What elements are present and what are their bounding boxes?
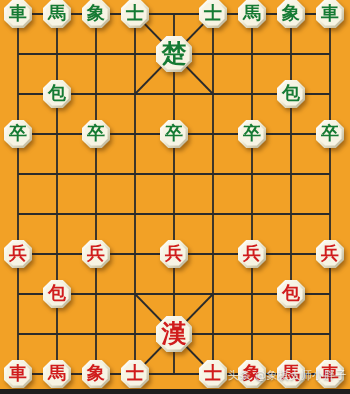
piece-octagon: 車 [316, 0, 344, 28]
piece-octagon: 士 [199, 360, 227, 388]
piece-octagon: 楚 [156, 36, 192, 72]
piece-character: 士 [126, 364, 144, 382]
red-guard-piece[interactable]: 士 [121, 360, 149, 388]
piece-octagon: 卒 [238, 120, 266, 148]
red-soldier-piece[interactable]: 兵 [82, 240, 110, 268]
piece-character: 馬 [48, 364, 66, 382]
green-cannon-piece[interactable]: 包 [277, 80, 305, 108]
piece-octagon: 包 [277, 280, 305, 308]
piece-character: 包 [282, 284, 300, 302]
piece-octagon: 漢 [156, 316, 192, 352]
piece-face: 車 [7, 3, 30, 26]
piece-character: 象 [87, 4, 105, 22]
green-soldier-piece[interactable]: 卒 [82, 120, 110, 148]
piece-character: 車 [9, 364, 27, 382]
piece-face: 漢 [159, 319, 190, 350]
piece-character: 士 [204, 4, 222, 22]
piece-octagon: 馬 [238, 0, 266, 28]
piece-face: 包 [280, 283, 303, 306]
piece-face: 馬 [46, 3, 69, 26]
piece-octagon: 卒 [160, 120, 188, 148]
green-guard-piece[interactable]: 士 [199, 0, 227, 28]
piece-face: 卒 [163, 123, 186, 146]
green-soldier-piece[interactable]: 卒 [4, 120, 32, 148]
piece-face: 象 [85, 3, 108, 26]
piece-character: 卒 [321, 124, 339, 142]
piece-octagon: 車 [4, 0, 32, 28]
red-soldier-piece[interactable]: 兵 [160, 240, 188, 268]
piece-character: 兵 [243, 244, 261, 262]
piece-character: 馬 [243, 4, 261, 22]
piece-face: 象 [280, 3, 303, 26]
piece-octagon: 馬 [43, 360, 71, 388]
piece-octagon: 兵 [82, 240, 110, 268]
piece-face: 包 [46, 83, 69, 106]
piece-character: 卒 [165, 124, 183, 142]
janggi-board: 車馬象士士馬象車楚包包卒卒卒卒卒兵兵兵兵兵包包漢車馬象士士象馬車 头条 @象棋大… [0, 0, 350, 394]
piece-face: 士 [202, 3, 225, 26]
piece-face: 兵 [319, 243, 342, 266]
piece-octagon: 象 [82, 0, 110, 28]
piece-character: 包 [282, 84, 300, 102]
green-soldier-piece[interactable]: 卒 [238, 120, 266, 148]
piece-character: 楚 [162, 41, 187, 66]
piece-character: 兵 [321, 244, 339, 262]
piece-character: 馬 [48, 4, 66, 22]
piece-character: 兵 [87, 244, 105, 262]
piece-octagon: 兵 [316, 240, 344, 268]
red-soldier-piece[interactable]: 兵 [4, 240, 32, 268]
green-horse-piece[interactable]: 馬 [43, 0, 71, 28]
piece-octagon: 包 [43, 80, 71, 108]
watermark: 头条 @象棋大师小胖子 [228, 368, 347, 383]
piece-face: 馬 [241, 3, 264, 26]
green-soldier-piece[interactable]: 卒 [316, 120, 344, 148]
piece-face: 兵 [163, 243, 186, 266]
piece-face: 卒 [319, 123, 342, 146]
green-chariot-piece[interactable]: 車 [4, 0, 32, 28]
piece-character: 象 [87, 364, 105, 382]
piece-character: 兵 [9, 244, 27, 262]
red-cannon-piece[interactable]: 包 [277, 280, 305, 308]
piece-octagon: 卒 [4, 120, 32, 148]
green-elephant-piece[interactable]: 象 [277, 0, 305, 28]
piece-face: 包 [280, 83, 303, 106]
red-guard-piece[interactable]: 士 [199, 360, 227, 388]
piece-face: 包 [46, 283, 69, 306]
piece-octagon: 象 [277, 0, 305, 28]
red-cannon-piece[interactable]: 包 [43, 280, 71, 308]
red-horse-piece[interactable]: 馬 [43, 360, 71, 388]
piece-octagon: 士 [121, 0, 149, 28]
piece-face: 士 [124, 3, 147, 26]
piece-octagon: 兵 [160, 240, 188, 268]
piece-face: 兵 [7, 243, 30, 266]
piece-character: 卒 [9, 124, 27, 142]
green-soldier-piece[interactable]: 卒 [160, 120, 188, 148]
green-cannon-piece[interactable]: 包 [43, 80, 71, 108]
piece-character: 漢 [162, 321, 187, 346]
piece-octagon: 車 [4, 360, 32, 388]
piece-character: 包 [48, 84, 66, 102]
piece-character: 士 [204, 364, 222, 382]
piece-character: 包 [48, 284, 66, 302]
piece-character: 車 [9, 4, 27, 22]
piece-character: 卒 [243, 124, 261, 142]
green-chariot-piece[interactable]: 車 [316, 0, 344, 28]
red-general-piece[interactable]: 漢 [156, 316, 192, 352]
green-elephant-piece[interactable]: 象 [82, 0, 110, 28]
bottom-border-bar [0, 389, 350, 394]
piece-octagon: 包 [277, 80, 305, 108]
piece-face: 卒 [85, 123, 108, 146]
piece-character: 兵 [165, 244, 183, 262]
green-horse-piece[interactable]: 馬 [238, 0, 266, 28]
piece-character: 車 [321, 4, 339, 22]
piece-face: 兵 [241, 243, 264, 266]
piece-face: 車 [7, 363, 30, 386]
piece-face: 卒 [7, 123, 30, 146]
piece-octagon: 馬 [43, 0, 71, 28]
red-soldier-piece[interactable]: 兵 [238, 240, 266, 268]
piece-octagon: 卒 [316, 120, 344, 148]
piece-character: 士 [126, 4, 144, 22]
piece-character: 卒 [87, 124, 105, 142]
piece-character: 象 [282, 4, 300, 22]
green-general-piece[interactable]: 楚 [156, 36, 192, 72]
piece-face: 兵 [85, 243, 108, 266]
piece-octagon: 士 [121, 360, 149, 388]
green-guard-piece[interactable]: 士 [121, 0, 149, 28]
piece-octagon: 卒 [82, 120, 110, 148]
piece-octagon: 兵 [4, 240, 32, 268]
piece-octagon: 兵 [238, 240, 266, 268]
piece-octagon: 象 [82, 360, 110, 388]
red-chariot-piece[interactable]: 車 [4, 360, 32, 388]
piece-face: 象 [85, 363, 108, 386]
piece-face: 馬 [46, 363, 69, 386]
piece-face: 士 [124, 363, 147, 386]
red-soldier-piece[interactable]: 兵 [316, 240, 344, 268]
red-elephant-piece[interactable]: 象 [82, 360, 110, 388]
piece-octagon: 士 [199, 0, 227, 28]
piece-face: 士 [202, 363, 225, 386]
piece-face: 車 [319, 3, 342, 26]
piece-face: 楚 [159, 39, 190, 70]
piece-octagon: 包 [43, 280, 71, 308]
piece-face: 卒 [241, 123, 264, 146]
